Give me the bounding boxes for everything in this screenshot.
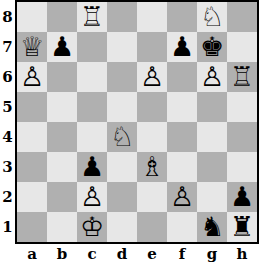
white-pawn[interactable]: ♙ [80,182,104,212]
square-a6[interactable]: ♙ [17,62,47,92]
square-e1[interactable] [137,212,167,242]
file-labels: abcdefgh [15,244,259,263]
file-label-b: b [47,244,77,263]
rank-label-5: 5 [0,92,15,122]
file-label-f: f [167,244,197,263]
square-g4[interactable] [197,122,227,152]
square-f4[interactable] [167,122,197,152]
white-pawn[interactable]: ♙ [200,62,224,92]
black-pawn[interactable]: ♟ [170,32,194,62]
square-b8[interactable] [47,2,77,32]
rank-labels: 87654321 [0,0,15,244]
square-a5[interactable] [17,92,47,122]
white-knight[interactable]: ♘ [200,2,224,32]
chess-board[interactable]: ♖♘♕♟♟♚♙♙♙♖♘♟♗♙♙♟♔♞♜ [15,0,259,244]
square-g3[interactable] [197,152,227,182]
square-f6[interactable] [167,62,197,92]
square-g2[interactable] [197,182,227,212]
white-king[interactable]: ♔ [80,212,104,242]
square-h2[interactable]: ♟ [227,182,257,212]
square-g7[interactable]: ♚ [197,32,227,62]
square-h8[interactable] [227,2,257,32]
square-c7[interactable] [77,32,107,62]
board-corner-spacer [0,244,15,263]
square-c1[interactable]: ♔ [77,212,107,242]
square-e5[interactable] [137,92,167,122]
rank-label-1: 1 [0,212,15,242]
rank-label-3: 3 [0,152,15,182]
square-h7[interactable] [227,32,257,62]
black-knight[interactable]: ♞ [200,212,224,242]
white-pawn[interactable]: ♙ [170,182,194,212]
white-queen[interactable]: ♕ [20,32,44,62]
square-b1[interactable] [47,212,77,242]
square-f1[interactable] [167,212,197,242]
square-h4[interactable] [227,122,257,152]
square-f7[interactable]: ♟ [167,32,197,62]
square-a1[interactable] [17,212,47,242]
square-a8[interactable] [17,2,47,32]
square-f5[interactable] [167,92,197,122]
file-label-h: h [227,244,257,263]
white-pawn[interactable]: ♙ [140,62,164,92]
square-c8[interactable]: ♖ [77,2,107,32]
square-e3[interactable]: ♗ [137,152,167,182]
black-pawn[interactable]: ♟ [230,182,254,212]
square-d7[interactable] [107,32,137,62]
square-a7[interactable]: ♕ [17,32,47,62]
white-rook[interactable]: ♖ [230,62,254,92]
square-e6[interactable]: ♙ [137,62,167,92]
square-c6[interactable] [77,62,107,92]
square-d2[interactable] [107,182,137,212]
square-e7[interactable] [137,32,167,62]
square-c3[interactable]: ♟ [77,152,107,182]
square-d8[interactable] [107,2,137,32]
square-e8[interactable] [137,2,167,32]
square-d4[interactable]: ♘ [107,122,137,152]
white-rook[interactable]: ♖ [80,2,104,32]
square-h3[interactable] [227,152,257,182]
square-b5[interactable] [47,92,77,122]
chess-diagram: 87654321 ♖♘♕♟♟♚♙♙♙♖♘♟♗♙♙♟♔♞♜ abcdefgh [0,0,259,263]
square-b2[interactable] [47,182,77,212]
black-pawn[interactable]: ♟ [80,152,104,182]
square-d5[interactable] [107,92,137,122]
square-a3[interactable] [17,152,47,182]
square-f8[interactable] [167,2,197,32]
black-king[interactable]: ♚ [200,32,224,62]
square-f2[interactable]: ♙ [167,182,197,212]
file-label-d: d [107,244,137,263]
rank-label-2: 2 [0,182,15,212]
square-a2[interactable] [17,182,47,212]
square-c2[interactable]: ♙ [77,182,107,212]
file-label-e: e [137,244,167,263]
square-a4[interactable] [17,122,47,152]
rank-label-4: 4 [0,122,15,152]
square-d3[interactable] [107,152,137,182]
black-pawn[interactable]: ♟ [50,32,74,62]
white-knight[interactable]: ♘ [110,122,134,152]
file-label-g: g [197,244,227,263]
rank-label-8: 8 [0,2,15,32]
square-d6[interactable] [107,62,137,92]
square-e4[interactable] [137,122,167,152]
white-bishop[interactable]: ♗ [140,152,164,182]
square-e2[interactable] [137,182,167,212]
square-d1[interactable] [107,212,137,242]
square-g5[interactable] [197,92,227,122]
square-c5[interactable] [77,92,107,122]
rank-label-6: 6 [0,62,15,92]
square-g1[interactable]: ♞ [197,212,227,242]
square-h1[interactable]: ♜ [227,212,257,242]
square-c4[interactable] [77,122,107,152]
square-g6[interactable]: ♙ [197,62,227,92]
square-g8[interactable]: ♘ [197,2,227,32]
square-h5[interactable] [227,92,257,122]
black-rook[interactable]: ♜ [230,212,254,242]
file-label-c: c [77,244,107,263]
square-b7[interactable]: ♟ [47,32,77,62]
file-label-a: a [17,244,47,263]
rank-label-7: 7 [0,32,15,62]
square-b4[interactable] [47,122,77,152]
square-h6[interactable]: ♖ [227,62,257,92]
square-f3[interactable] [167,152,197,182]
square-b6[interactable] [47,62,77,92]
white-pawn[interactable]: ♙ [20,62,44,92]
square-b3[interactable] [47,152,77,182]
